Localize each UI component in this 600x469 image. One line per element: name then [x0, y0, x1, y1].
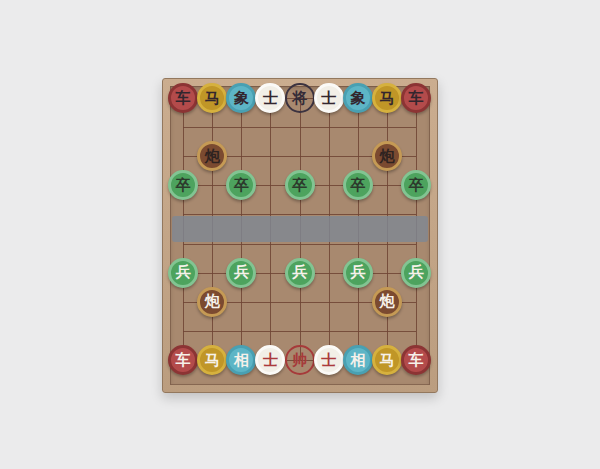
piece-red-cannon[interactable]: 炮: [372, 287, 402, 317]
piece-red-soldier[interactable]: 兵: [285, 258, 315, 288]
piece-red-elephant[interactable]: 相: [226, 345, 256, 375]
grid-line-horizontal: [183, 127, 416, 128]
piece-red-horse[interactable]: 马: [197, 345, 227, 375]
piece-black-soldier[interactable]: 卒: [401, 170, 431, 200]
piece-red-soldier[interactable]: 兵: [401, 258, 431, 288]
piece-red-general[interactable]: 帅: [285, 345, 315, 375]
grid-line-horizontal: [183, 331, 416, 332]
piece-red-chariot[interactable]: 车: [168, 345, 198, 375]
piece-red-advisor[interactable]: 士: [314, 345, 344, 375]
piece-black-chariot[interactable]: 车: [168, 83, 198, 113]
piece-black-soldier[interactable]: 卒: [285, 170, 315, 200]
xiangqi-board: 车马象士将士象马车炮炮卒卒卒卒卒兵兵兵兵兵炮炮车马相士帅士相马车: [162, 78, 438, 393]
piece-black-horse[interactable]: 马: [197, 83, 227, 113]
piece-red-cannon[interactable]: 炮: [197, 287, 227, 317]
piece-black-horse[interactable]: 马: [372, 83, 402, 113]
piece-black-advisor[interactable]: 士: [314, 83, 344, 113]
piece-red-chariot[interactable]: 车: [401, 345, 431, 375]
grid-line-horizontal: [183, 244, 416, 245]
board-surface[interactable]: 车马象士将士象马车炮炮卒卒卒卒卒兵兵兵兵兵炮炮车马相士帅士相马车: [170, 86, 430, 385]
piece-black-elephant[interactable]: 象: [343, 83, 373, 113]
piece-red-soldier[interactable]: 兵: [168, 258, 198, 288]
piece-black-general[interactable]: 将: [285, 83, 315, 113]
piece-red-soldier[interactable]: 兵: [343, 258, 373, 288]
piece-red-horse[interactable]: 马: [372, 345, 402, 375]
piece-black-chariot[interactable]: 车: [401, 83, 431, 113]
river-band: [172, 216, 428, 242]
piece-black-cannon[interactable]: 炮: [372, 141, 402, 171]
piece-red-advisor[interactable]: 士: [255, 345, 285, 375]
piece-red-soldier[interactable]: 兵: [226, 258, 256, 288]
piece-red-elephant[interactable]: 相: [343, 345, 373, 375]
piece-black-soldier[interactable]: 卒: [343, 170, 373, 200]
